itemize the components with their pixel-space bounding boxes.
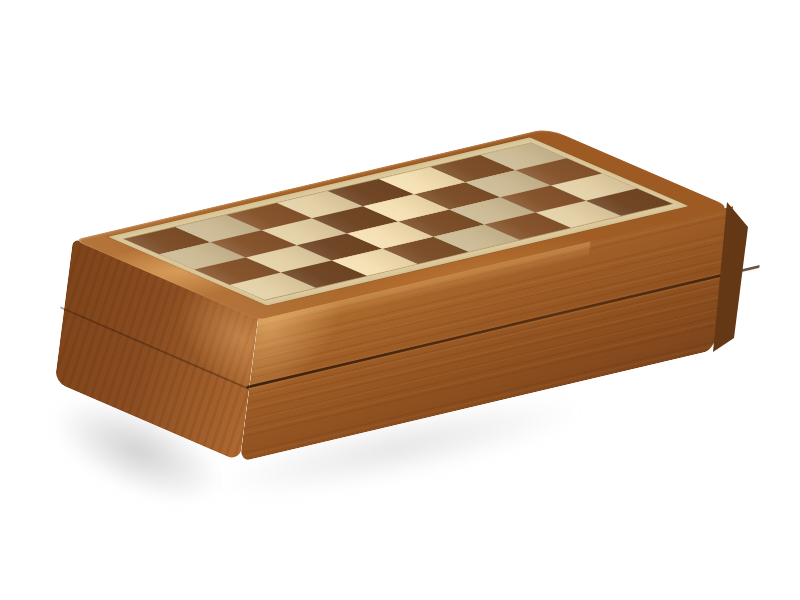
chess-box-photo: Closed folding wooden travel chess set b… xyxy=(0,0,800,600)
lid-seam-left xyxy=(60,307,260,395)
